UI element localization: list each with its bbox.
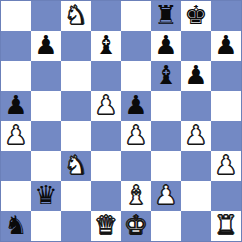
square-g6[interactable]: ♟ — [181, 61, 211, 91]
square-b7[interactable]: ♟ — [31, 31, 61, 61]
white-knight[interactable]: ♞ — [64, 2, 87, 28]
square-a5[interactable]: ♟ — [1, 91, 31, 121]
square-d5[interactable]: ♟ — [91, 91, 121, 121]
square-d8[interactable] — [91, 1, 121, 31]
black-pawn[interactable]: ♟ — [4, 92, 27, 118]
black-knight[interactable]: ♞ — [4, 212, 27, 238]
square-h5[interactable] — [211, 91, 241, 121]
white-queen[interactable]: ♛ — [94, 212, 117, 238]
square-a4[interactable]: ♟ — [1, 121, 31, 151]
square-c3[interactable]: ♞ — [61, 151, 91, 181]
square-b6[interactable] — [31, 61, 61, 91]
square-g8[interactable]: ♚ — [181, 1, 211, 31]
square-e2[interactable]: ♝ — [121, 181, 151, 211]
black-pawn[interactable]: ♟ — [124, 92, 147, 118]
square-d1[interactable]: ♛ — [91, 211, 121, 241]
square-e8[interactable] — [121, 1, 151, 31]
square-h3[interactable]: ♟ — [211, 151, 241, 181]
square-h4[interactable] — [211, 121, 241, 151]
square-e5[interactable]: ♟ — [121, 91, 151, 121]
black-queen[interactable]: ♛ — [34, 182, 57, 208]
square-g3[interactable] — [181, 151, 211, 181]
square-f2[interactable]: ♟ — [151, 181, 181, 211]
black-pawn[interactable]: ♟ — [184, 62, 207, 88]
square-b1[interactable] — [31, 211, 61, 241]
white-bishop[interactable]: ♝ — [124, 182, 147, 208]
square-c8[interactable]: ♞ — [61, 1, 91, 31]
square-f1[interactable] — [151, 211, 181, 241]
square-g1[interactable] — [181, 211, 211, 241]
square-c1[interactable] — [61, 211, 91, 241]
square-b5[interactable] — [31, 91, 61, 121]
square-f5[interactable] — [151, 91, 181, 121]
square-h8[interactable] — [211, 1, 241, 31]
square-b3[interactable] — [31, 151, 61, 181]
square-h6[interactable] — [211, 61, 241, 91]
square-c6[interactable] — [61, 61, 91, 91]
square-f7[interactable]: ♟ — [151, 31, 181, 61]
white-knight[interactable]: ♞ — [64, 152, 87, 178]
square-c5[interactable] — [61, 91, 91, 121]
black-bishop[interactable]: ♝ — [154, 62, 177, 88]
square-h2[interactable] — [211, 181, 241, 211]
square-e7[interactable] — [121, 31, 151, 61]
square-c7[interactable] — [61, 31, 91, 61]
square-d7[interactable]: ♝ — [91, 31, 121, 61]
square-a1[interactable]: ♞ — [1, 211, 31, 241]
square-d2[interactable] — [91, 181, 121, 211]
square-e6[interactable] — [121, 61, 151, 91]
square-e1[interactable]: ♚ — [121, 211, 151, 241]
chess-board: ♞♜♚♟♝♟♟♝♟♟♟♟♟♟♟♞♟♛♝♟♞♛♚♜ — [0, 0, 242, 242]
square-b8[interactable] — [31, 1, 61, 31]
square-f4[interactable] — [151, 121, 181, 151]
square-a8[interactable] — [1, 1, 31, 31]
black-king[interactable]: ♚ — [184, 2, 207, 28]
black-pawn[interactable]: ♟ — [34, 32, 57, 58]
square-f6[interactable]: ♝ — [151, 61, 181, 91]
square-c4[interactable] — [61, 121, 91, 151]
white-pawn[interactable]: ♟ — [154, 182, 177, 208]
white-pawn[interactable]: ♟ — [214, 152, 237, 178]
square-g7[interactable] — [181, 31, 211, 61]
white-rook[interactable]: ♜ — [214, 212, 237, 238]
black-bishop[interactable]: ♝ — [94, 32, 117, 58]
white-pawn[interactable]: ♟ — [4, 122, 27, 148]
black-rook[interactable]: ♜ — [154, 2, 177, 28]
square-d3[interactable] — [91, 151, 121, 181]
white-pawn[interactable]: ♟ — [184, 122, 207, 148]
square-a6[interactable] — [1, 61, 31, 91]
square-e3[interactable] — [121, 151, 151, 181]
square-h1[interactable]: ♜ — [211, 211, 241, 241]
square-c2[interactable] — [61, 181, 91, 211]
black-pawn[interactable]: ♟ — [154, 32, 177, 58]
square-f3[interactable] — [151, 151, 181, 181]
square-a2[interactable] — [1, 181, 31, 211]
square-f8[interactable]: ♜ — [151, 1, 181, 31]
white-king[interactable]: ♚ — [124, 212, 147, 238]
square-g5[interactable] — [181, 91, 211, 121]
square-b2[interactable]: ♛ — [31, 181, 61, 211]
square-a7[interactable] — [1, 31, 31, 61]
square-g4[interactable]: ♟ — [181, 121, 211, 151]
square-a3[interactable] — [1, 151, 31, 181]
square-d4[interactable] — [91, 121, 121, 151]
square-g2[interactable] — [181, 181, 211, 211]
square-d6[interactable] — [91, 61, 121, 91]
black-pawn[interactable]: ♟ — [214, 32, 237, 58]
white-pawn[interactable]: ♟ — [124, 122, 147, 148]
square-b4[interactable] — [31, 121, 61, 151]
square-h7[interactable]: ♟ — [211, 31, 241, 61]
square-e4[interactable]: ♟ — [121, 121, 151, 151]
white-pawn[interactable]: ♟ — [94, 92, 117, 118]
